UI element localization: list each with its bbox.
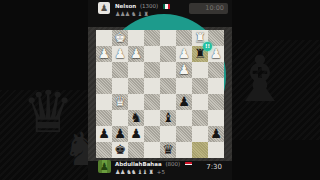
square-b4[interactable] xyxy=(192,78,208,94)
square-b3[interactable] xyxy=(192,62,208,78)
white-pawn: ♟ xyxy=(96,46,112,62)
square-a4[interactable] xyxy=(208,78,224,94)
square-e2[interactable] xyxy=(144,46,160,62)
black-pawn: ♟ xyxy=(208,126,224,142)
avatar-pawn-icon: ♟ xyxy=(98,2,110,14)
top-player-avatar[interactable]: ♟ xyxy=(98,2,110,14)
bottom-player-avatar[interactable]: ♟ xyxy=(98,160,111,173)
square-d3[interactable] xyxy=(160,62,176,78)
square-e5[interactable] xyxy=(144,94,160,110)
white-pawn: ♟ xyxy=(128,46,144,62)
white-pawn: ♟ xyxy=(176,46,192,62)
square-h3[interactable] xyxy=(96,62,112,78)
black-clock: 7:30 xyxy=(206,163,222,171)
square-h1[interactable] xyxy=(96,30,112,46)
bottom-captured-pieces: ♟♟ ♞♞ ♝♝ ♜ xyxy=(115,168,153,175)
square-g4[interactable] xyxy=(112,78,128,94)
square-e3[interactable] xyxy=(144,62,160,78)
square-g6[interactable] xyxy=(112,110,128,126)
bottom-player-rating: (800) xyxy=(165,161,180,167)
square-b6[interactable] xyxy=(192,110,208,126)
square-f8[interactable] xyxy=(128,142,144,158)
black-queen: ♛ xyxy=(160,142,176,158)
square-c1[interactable] xyxy=(176,30,192,46)
square-g3[interactable] xyxy=(112,62,128,78)
square-g8[interactable]: ♚ xyxy=(112,142,128,158)
game-column: ♟ Nelson (1300) ♟♟♟ ♞ ♝ ♜ 10:00 ♚♜♟♟♟♟♜!… xyxy=(88,0,232,180)
square-c7[interactable] xyxy=(176,126,192,142)
black-pawn: ♟ xyxy=(176,94,192,110)
square-f4[interactable] xyxy=(128,78,144,94)
white-pawn: ♟ xyxy=(112,46,128,62)
square-e1[interactable] xyxy=(144,30,160,46)
top-player-rating: (1300) xyxy=(140,3,158,9)
brilliant-move-badge: !! xyxy=(203,42,212,51)
black-pawn: ♟ xyxy=(96,126,112,142)
square-d6[interactable]: ♝ xyxy=(160,110,176,126)
square-b8[interactable] xyxy=(192,142,208,158)
square-c4[interactable] xyxy=(176,78,192,94)
square-a3[interactable] xyxy=(208,62,224,78)
black-knight: ♞ xyxy=(128,110,144,126)
egypt-flag-icon xyxy=(185,162,192,167)
black-pawn: ♟ xyxy=(112,126,128,142)
square-b7[interactable] xyxy=(192,126,208,142)
square-d2[interactable] xyxy=(160,46,176,62)
square-a5[interactable] xyxy=(208,94,224,110)
square-c2[interactable]: ♟ xyxy=(176,46,192,62)
square-f7[interactable]: ♟ xyxy=(128,126,144,142)
square-h2[interactable]: ♟ xyxy=(96,46,112,62)
square-h4[interactable] xyxy=(96,78,112,94)
square-h8[interactable] xyxy=(96,142,112,158)
square-d7[interactable] xyxy=(160,126,176,142)
square-f3[interactable] xyxy=(128,62,144,78)
black-bishop: ♝ xyxy=(160,110,176,126)
square-d1[interactable] xyxy=(160,30,176,46)
square-d4[interactable] xyxy=(160,78,176,94)
white-king: ♚ xyxy=(112,30,128,46)
mexico-flag-icon xyxy=(163,4,170,9)
top-player-bar: ♟ Nelson (1300) ♟♟♟ ♞ ♝ ♜ 10:00 xyxy=(88,0,232,27)
square-a8[interactable] xyxy=(208,142,224,158)
chess-board[interactable]: ♚♜♟♟♟♟♜!!♟♟♛♟♞♝♟♟♟♟♚♛ xyxy=(96,30,224,158)
square-c5[interactable]: ♟ xyxy=(176,94,192,110)
top-captured-pieces: ♟♟♟ ♞ ♝ ♜ xyxy=(115,10,149,17)
square-e4[interactable] xyxy=(144,78,160,94)
square-e6[interactable] xyxy=(144,110,160,126)
black-pawn: ♟ xyxy=(128,126,144,142)
square-c3[interactable]: ♟ xyxy=(176,62,192,78)
bottom-player-name[interactable]: AbdullahBahaa xyxy=(115,161,162,167)
bishop-silhouette-icon: ♝ xyxy=(231,42,288,116)
black-king: ♚ xyxy=(112,142,128,158)
square-d8[interactable]: ♛ xyxy=(160,142,176,158)
square-f5[interactable] xyxy=(128,94,144,110)
top-player-name[interactable]: Nelson xyxy=(115,3,136,9)
square-e8[interactable] xyxy=(144,142,160,158)
square-h5[interactable] xyxy=(96,94,112,110)
square-e7[interactable] xyxy=(144,126,160,142)
white-clock: 10:00 xyxy=(189,3,228,14)
material-advantage: +5 xyxy=(157,169,165,175)
square-g7[interactable]: ♟ xyxy=(112,126,128,142)
square-d5[interactable] xyxy=(160,94,176,110)
square-f1[interactable] xyxy=(128,30,144,46)
square-h7[interactable]: ♟ xyxy=(96,126,112,142)
square-f6[interactable]: ♞ xyxy=(128,110,144,126)
square-a7[interactable]: ♟ xyxy=(208,126,224,142)
square-h6[interactable] xyxy=(96,110,112,126)
bottom-player-bar: ♟ AbdullahBahaa (800) ♟♟ ♞♞ ♝♝ ♜ +5 7:30 xyxy=(88,158,232,180)
video-frame: ♛ ♞ ♝ ♟ Nelson (1300) ♟♟♟ ♞ ♝ ♜ 10:00 ♚♜… xyxy=(0,0,320,180)
square-c6[interactable] xyxy=(176,110,192,126)
avatar-pawn-icon: ♟ xyxy=(98,160,111,173)
square-f2[interactable]: ♟ xyxy=(128,46,144,62)
square-a6[interactable] xyxy=(208,110,224,126)
square-g1[interactable]: ♚ xyxy=(112,30,128,46)
square-b5[interactable] xyxy=(192,94,208,110)
square-b2[interactable]: ♜!! xyxy=(192,46,208,62)
square-g5[interactable]: ♛ xyxy=(112,94,128,110)
white-queen: ♛ xyxy=(112,94,128,110)
white-pawn: ♟ xyxy=(176,62,192,78)
square-c8[interactable] xyxy=(176,142,192,158)
square-g2[interactable]: ♟ xyxy=(112,46,128,62)
